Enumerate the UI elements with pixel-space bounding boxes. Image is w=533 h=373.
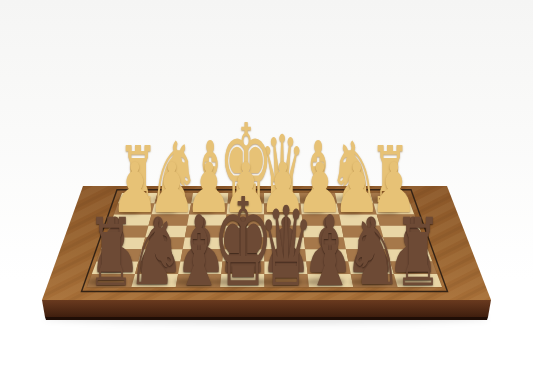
piece-black-rook-h8[interactable]: ♜ bbox=[55, 206, 167, 300]
chess-product-photo: ♜♞♝♛♚♝♞♜♟♟♟♟♟♟♟♟♟♟♟♟♟♟♟♟♜♞♝♛♚♝♞♜ bbox=[0, 0, 533, 373]
pieces-layer: ♜♞♝♛♚♝♞♜♟♟♟♟♟♟♟♟♟♟♟♟♟♟♟♟♜♞♝♛♚♝♞♜ bbox=[0, 0, 533, 373]
